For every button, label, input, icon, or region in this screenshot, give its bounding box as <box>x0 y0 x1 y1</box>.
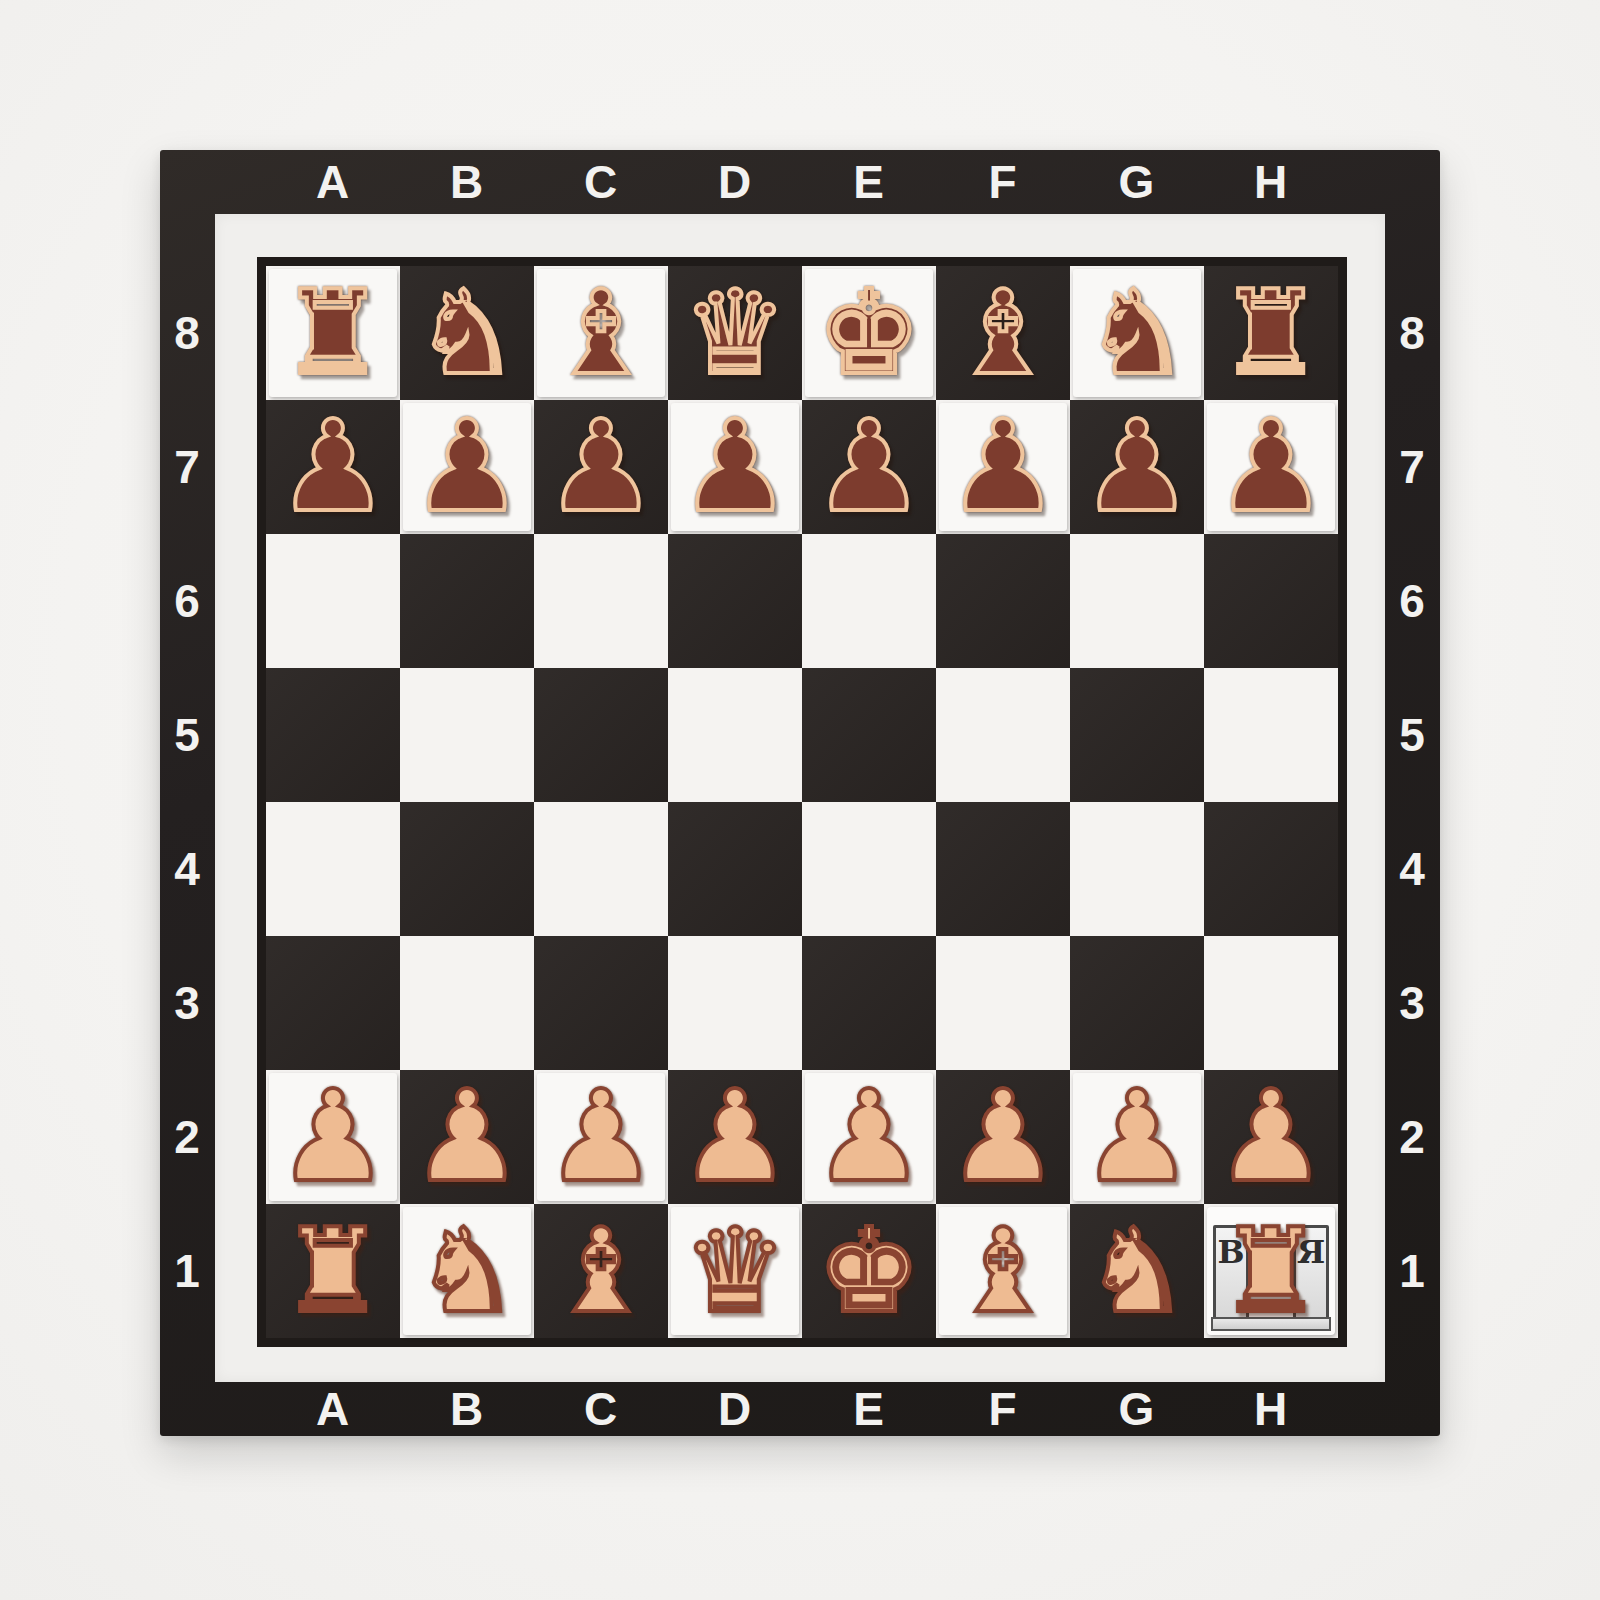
square-g7[interactable]: ♟ <box>1070 400 1204 534</box>
rank-label-left-4: 4 <box>160 802 215 936</box>
piece-black-pawn[interactable]: ♟ <box>277 404 390 530</box>
square-b8[interactable]: ♞ <box>400 266 534 400</box>
piece-black-rook[interactable]: ♜ <box>1219 275 1323 391</box>
piece-white-pawn[interactable]: ♟ <box>947 1074 1060 1200</box>
piece-white-pawn[interactable]: ♟ <box>679 1074 792 1200</box>
square-a2[interactable]: ♟ <box>266 1070 400 1204</box>
file-label-bottom-c: C <box>534 1382 668 1436</box>
square-g1[interactable]: ♞ <box>1070 1204 1204 1338</box>
file-label-top-h: H <box>1204 150 1338 214</box>
square-a5[interactable] <box>266 668 400 802</box>
square-d2[interactable]: ♟ <box>668 1070 802 1204</box>
square-e7[interactable]: ♟ <box>802 400 936 534</box>
square-f5[interactable] <box>936 668 1070 802</box>
piece-black-pawn[interactable]: ♟ <box>411 404 524 530</box>
square-g5[interactable] <box>1070 668 1204 802</box>
square-a7[interactable]: ♟ <box>266 400 400 534</box>
file-label-top-a: A <box>266 150 400 214</box>
square-d7[interactable]: ♟ <box>668 400 802 534</box>
piece-black-pawn[interactable]: ♟ <box>1215 404 1328 530</box>
square-a8[interactable]: ♜ <box>266 266 400 400</box>
rank-label-right-5: 5 <box>1385 668 1440 802</box>
square-f4[interactable] <box>936 802 1070 936</box>
square-d1[interactable]: ♛ <box>668 1204 802 1338</box>
square-e1[interactable]: ♚ <box>802 1204 936 1338</box>
piece-black-pawn[interactable]: ♟ <box>545 404 658 530</box>
square-b7[interactable]: ♟ <box>400 400 534 534</box>
square-f7[interactable]: ♟ <box>936 400 1070 534</box>
square-b5[interactable] <box>400 668 534 802</box>
square-c8[interactable]: ♝ <box>534 266 668 400</box>
file-label-bottom-e: E <box>802 1382 936 1436</box>
square-c4[interactable] <box>534 802 668 936</box>
piece-black-pawn[interactable]: ♟ <box>947 404 1060 530</box>
square-g4[interactable] <box>1070 802 1204 936</box>
square-c3[interactable] <box>534 936 668 1070</box>
piece-black-pawn[interactable]: ♟ <box>1081 404 1194 530</box>
file-label-top-g: G <box>1070 150 1204 214</box>
square-f6[interactable] <box>936 534 1070 668</box>
square-g2[interactable]: ♟ <box>1070 1070 1204 1204</box>
square-f3[interactable] <box>936 936 1070 1070</box>
square-b4[interactable] <box>400 802 534 936</box>
square-a1[interactable]: ♜ <box>266 1204 400 1338</box>
rank-label-right-3: 3 <box>1385 936 1440 1070</box>
file-label-bottom-d: D <box>668 1382 802 1436</box>
rank-label-right-8: 8 <box>1385 266 1440 400</box>
square-e2[interactable]: ♟ <box>802 1070 936 1204</box>
square-h2[interactable]: ♟ <box>1204 1070 1338 1204</box>
piece-white-bishop[interactable]: ♝ <box>951 1213 1055 1329</box>
square-a3[interactable] <box>266 936 400 1070</box>
square-e4[interactable] <box>802 802 936 936</box>
piece-white-knight[interactable]: ♞ <box>1085 1213 1189 1329</box>
square-c7[interactable]: ♟ <box>534 400 668 534</box>
rank-labels-left: 87654321 <box>160 266 215 1338</box>
square-d6[interactable] <box>668 534 802 668</box>
piece-white-queen[interactable]: ♛ <box>683 1213 787 1329</box>
square-b2[interactable]: ♟ <box>400 1070 534 1204</box>
file-label-bottom-a: A <box>266 1382 400 1436</box>
square-h7[interactable]: ♟ <box>1204 400 1338 534</box>
piece-white-pawn[interactable]: ♟ <box>545 1074 658 1200</box>
square-b6[interactable] <box>400 534 534 668</box>
file-label-bottom-b: B <box>400 1382 534 1436</box>
piece-black-pawn[interactable]: ♟ <box>679 404 792 530</box>
file-label-bottom-f: F <box>936 1382 1070 1436</box>
file-label-top-e: E <box>802 150 936 214</box>
playing-field: ♜♞♝♛♚♝♞♜♟♟♟♟♟♟♟♟♟♟♟♟♟♟♟♟♜♞♝♛♚♝♞ВЯ♜ <box>257 257 1347 1347</box>
piece-white-pawn[interactable]: ♟ <box>1081 1074 1194 1200</box>
square-h6[interactable] <box>1204 534 1338 668</box>
square-d8[interactable]: ♛ <box>668 266 802 400</box>
rank-label-right-2: 2 <box>1385 1070 1440 1204</box>
rank-label-left-7: 7 <box>160 400 215 534</box>
piece-white-pawn[interactable]: ♟ <box>277 1074 390 1200</box>
square-h4[interactable] <box>1204 802 1338 936</box>
rank-label-left-2: 2 <box>160 1070 215 1204</box>
piece-white-bishop[interactable]: ♝ <box>549 1213 653 1329</box>
rank-label-left-6: 6 <box>160 534 215 668</box>
rank-label-right-1: 1 <box>1385 1204 1440 1338</box>
square-a4[interactable] <box>266 802 400 936</box>
file-label-bottom-h: H <box>1204 1382 1338 1436</box>
square-f1[interactable]: ♝ <box>936 1204 1070 1338</box>
rank-label-left-1: 1 <box>160 1204 215 1338</box>
piece-white-pawn[interactable]: ♟ <box>1215 1074 1328 1200</box>
piece-black-queen[interactable]: ♛ <box>683 275 787 391</box>
square-e5[interactable] <box>802 668 936 802</box>
square-g6[interactable] <box>1070 534 1204 668</box>
piece-white-king[interactable]: ♚ <box>817 1213 921 1329</box>
file-labels-top: ABCDEFGH <box>266 150 1338 214</box>
rank-label-left-3: 3 <box>160 936 215 1070</box>
file-label-top-b: B <box>400 150 534 214</box>
rank-label-left-8: 8 <box>160 266 215 400</box>
square-f8[interactable]: ♝ <box>936 266 1070 400</box>
square-e6[interactable] <box>802 534 936 668</box>
square-b1[interactable]: ♞ <box>400 1204 534 1338</box>
piece-black-pawn[interactable]: ♟ <box>813 404 926 530</box>
piece-white-pawn[interactable]: ♟ <box>411 1074 524 1200</box>
piece-black-knight[interactable]: ♞ <box>1085 275 1189 391</box>
piece-black-king[interactable]: ♚ <box>817 275 921 391</box>
square-d3[interactable] <box>668 936 802 1070</box>
piece-black-bishop[interactable]: ♝ <box>951 275 1055 391</box>
square-f2[interactable]: ♟ <box>936 1070 1070 1204</box>
rank-labels-right: 87654321 <box>1385 266 1440 1338</box>
rank-label-left-5: 5 <box>160 668 215 802</box>
square-a6[interactable] <box>266 534 400 668</box>
square-d5[interactable] <box>668 668 802 802</box>
piece-white-rook[interactable]: ♜ <box>1219 1213 1323 1329</box>
board-grid: ♜♞♝♛♚♝♞♜♟♟♟♟♟♟♟♟♟♟♟♟♟♟♟♟♜♞♝♛♚♝♞ВЯ♜ <box>266 266 1338 1338</box>
rank-label-right-7: 7 <box>1385 400 1440 534</box>
square-e8[interactable]: ♚ <box>802 266 936 400</box>
square-h8[interactable]: ♜ <box>1204 266 1338 400</box>
square-c5[interactable] <box>534 668 668 802</box>
file-label-bottom-g: G <box>1070 1382 1204 1436</box>
square-c2[interactable]: ♟ <box>534 1070 668 1204</box>
square-b3[interactable] <box>400 936 534 1070</box>
square-h1[interactable]: ВЯ♜ <box>1204 1204 1338 1338</box>
file-label-top-c: C <box>534 150 668 214</box>
file-label-top-d: D <box>668 150 802 214</box>
square-d4[interactable] <box>668 802 802 936</box>
square-c1[interactable]: ♝ <box>534 1204 668 1338</box>
piece-white-knight[interactable]: ♞ <box>415 1213 519 1329</box>
piece-white-pawn[interactable]: ♟ <box>813 1074 926 1200</box>
file-label-top-f: F <box>936 150 1070 214</box>
file-labels-bottom: ABCDEFGH <box>266 1382 1338 1436</box>
square-c6[interactable] <box>534 534 668 668</box>
square-h3[interactable] <box>1204 936 1338 1070</box>
piece-black-bishop[interactable]: ♝ <box>549 275 653 391</box>
rank-label-right-4: 4 <box>1385 802 1440 936</box>
square-e3[interactable] <box>802 936 936 1070</box>
square-g8[interactable]: ♞ <box>1070 266 1204 400</box>
demonstration-chessboard: ABCDEFGH ABCDEFGH 87654321 87654321 ♜♞♝♛… <box>160 150 1440 1436</box>
piece-white-rook[interactable]: ♜ <box>281 1213 385 1329</box>
square-h5[interactable] <box>1204 668 1338 802</box>
piece-black-knight[interactable]: ♞ <box>415 275 519 391</box>
square-g3[interactable] <box>1070 936 1204 1070</box>
rank-label-right-6: 6 <box>1385 534 1440 668</box>
piece-black-rook[interactable]: ♜ <box>281 275 385 391</box>
